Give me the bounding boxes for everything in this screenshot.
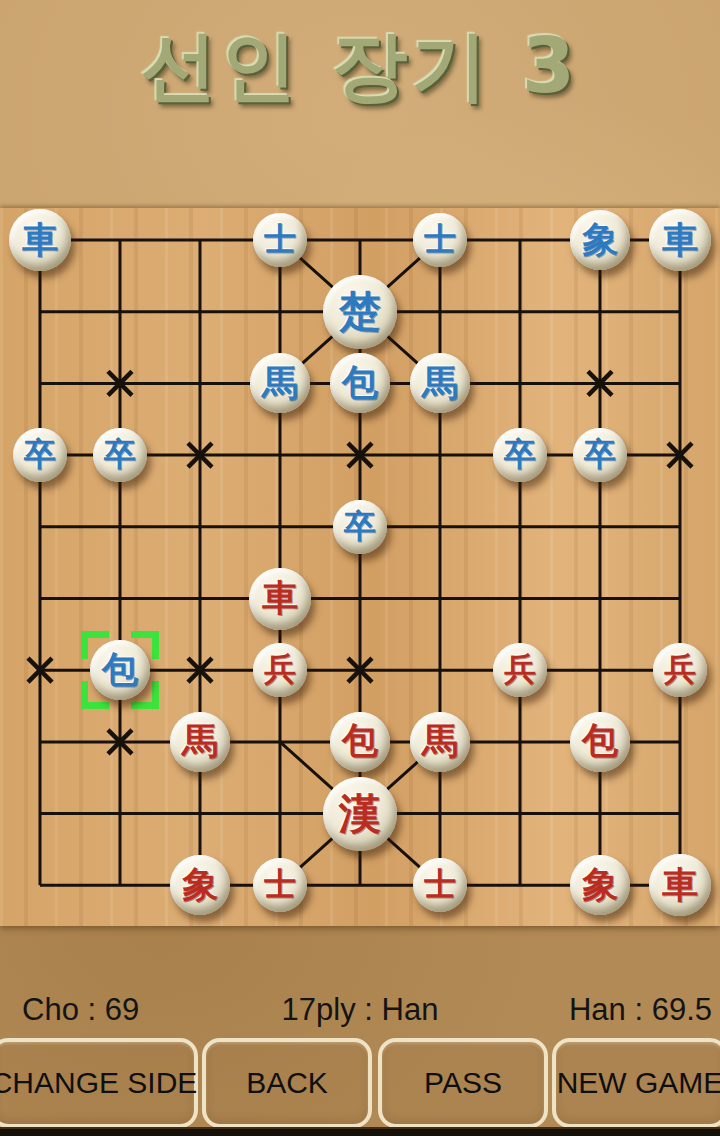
piece-cho-cannon[interactable]: 包 [330,353,390,413]
piece-han-cannon[interactable]: 包 [570,712,630,772]
piece-cho-guard[interactable]: 士 [413,213,467,267]
back-button[interactable]: BACK [202,1038,372,1128]
piece-cho-soldier[interactable]: 卒 [573,428,627,482]
piece-han-soldier[interactable]: 兵 [493,643,547,697]
piece-han-elephant[interactable]: 象 [570,855,630,915]
piece-cho-horse[interactable]: 馬 [250,353,310,413]
piece-han-soldier[interactable]: 兵 [253,643,307,697]
piece-han-horse[interactable]: 馬 [170,712,230,772]
bottom-bar [0,1127,720,1136]
new-game-button[interactable]: NEW GAME [552,1038,720,1128]
piece-han-soldier[interactable]: 兵 [653,643,707,697]
piece-han-guard[interactable]: 士 [413,858,467,912]
piece-han-elephant[interactable]: 象 [170,855,230,915]
piece-han-cannon[interactable]: 包 [330,712,390,772]
piece-cho-soldier[interactable]: 卒 [333,500,387,554]
piece-cho-chariot[interactable]: 車 [649,209,711,271]
piece-cho-soldier[interactable]: 卒 [13,428,67,482]
janggi-board[interactable]: 車士士象車楚馬包馬卒卒卒卒卒包車兵兵兵馬包馬包漢象士士象車 [0,208,720,926]
piece-han-guard[interactable]: 士 [253,858,307,912]
piece-cho-horse[interactable]: 馬 [410,353,470,413]
status-bar: Cho : 69 17ply : Han Han : 69.5 [0,992,720,1032]
pass-button[interactable]: PASS [378,1038,548,1128]
piece-han-chariot[interactable]: 車 [649,854,711,916]
piece-cho-soldier[interactable]: 卒 [493,428,547,482]
piece-han-chariot[interactable]: 車 [249,568,311,630]
app-title: 선인 장기 3 [0,16,720,119]
piece-cho-guard[interactable]: 士 [253,213,307,267]
janggi-app-screen: 선인 장기 3 車士士象車楚馬包馬卒卒卒卒卒包車兵兵兵馬包馬包漢象士士象車 Ch… [0,0,720,1136]
piece-cho-chariot[interactable]: 車 [9,209,71,271]
piece-cho-soldier[interactable]: 卒 [93,428,147,482]
change-side-button[interactable]: CHANGE SIDE [0,1038,198,1128]
piece-han-horse[interactable]: 馬 [410,712,470,772]
piece-cho-general[interactable]: 楚 [323,275,397,349]
piece-cho-cannon[interactable]: 包 [90,640,150,700]
piece-han-general[interactable]: 漢 [323,777,397,851]
piece-cho-elephant[interactable]: 象 [570,210,630,270]
han-score: Han : 69.5 [569,992,712,1028]
